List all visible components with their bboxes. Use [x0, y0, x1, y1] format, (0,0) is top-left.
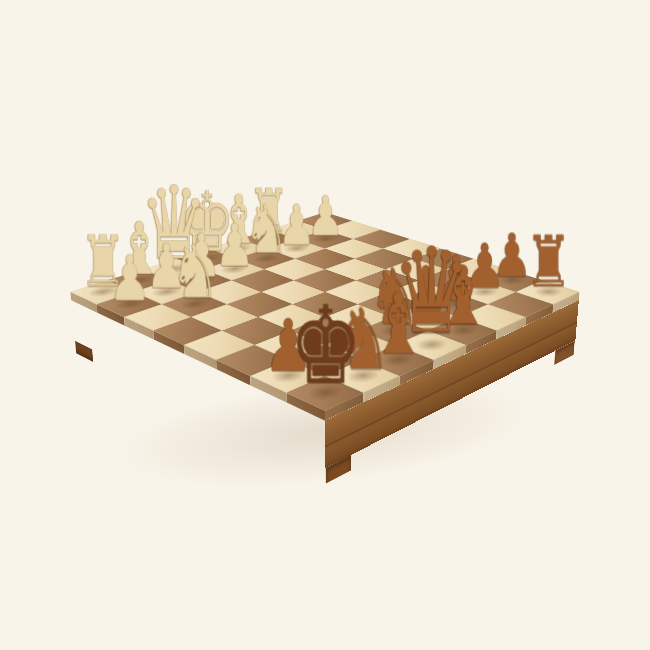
piece-glyph: ♟	[108, 247, 151, 310]
piece-glyph: ♚	[289, 292, 362, 400]
square-a8: ♚	[287, 376, 364, 411]
piece-glyph: ♞	[169, 236, 219, 310]
chess-set-photo: ♜♝♛♚♝♜♟♟♟♟♞♟♟♞♟♞♟♟♟♟♚♞♝♛♝♜	[0, 0, 650, 650]
piece-glyph: ♜	[524, 227, 571, 297]
